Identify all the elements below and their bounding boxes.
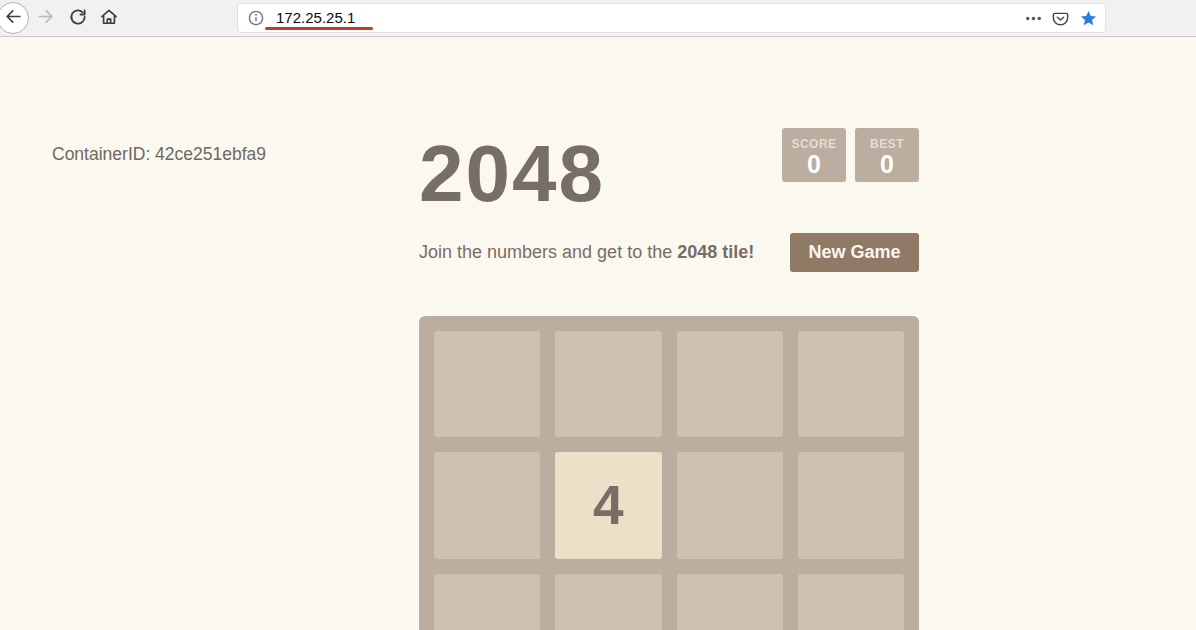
forward-arrow-icon (36, 7, 55, 30)
url-bar[interactable]: 172.25.25.1 (237, 3, 1106, 33)
container-id-label: ContainerID: 42ce251ebfa9 (52, 144, 266, 165)
game-title: 2048 (419, 134, 605, 214)
tile-4: 4 (555, 452, 661, 558)
reload-icon (68, 7, 88, 31)
reload-button[interactable] (67, 8, 88, 29)
back-button[interactable] (0, 2, 29, 34)
best-value: 0 (855, 151, 919, 177)
site-info-icon[interactable] (248, 10, 264, 26)
empty-cell (798, 331, 904, 437)
url-red-underline-annotation (265, 27, 373, 30)
home-button[interactable] (98, 8, 119, 29)
score-label: SCORE (782, 137, 846, 151)
back-arrow-icon (4, 7, 23, 30)
empty-cell (798, 574, 904, 630)
game-column: 2048 SCORE 0 BEST 0 Join the numbers and… (419, 128, 919, 630)
page-actions-ellipsis-icon[interactable] (1025, 10, 1042, 27)
pocket-icon[interactable] (1051, 9, 1070, 28)
empty-cell (434, 331, 540, 437)
score-box: SCORE 0 (782, 128, 846, 182)
new-game-button[interactable]: New Game (790, 233, 919, 272)
empty-cell (677, 574, 783, 630)
bookmark-star-icon[interactable] (1079, 9, 1098, 28)
game-board: 4 (419, 316, 919, 630)
empty-cell (555, 331, 661, 437)
scores-container: SCORE 0 BEST 0 (782, 128, 919, 182)
intro-prefix: Join the numbers and get to the (419, 242, 677, 262)
empty-cell (434, 574, 540, 630)
forward-button[interactable] (35, 8, 56, 29)
empty-cell (555, 574, 661, 630)
home-icon (99, 7, 119, 31)
intro-goal: 2048 tile! (677, 242, 754, 262)
score-value: 0 (782, 151, 846, 177)
browser-toolbar: 172.25.25.1 (0, 0, 1196, 37)
empty-cell (798, 452, 904, 558)
empty-cell (677, 331, 783, 437)
best-label: BEST (855, 137, 919, 151)
best-box: BEST 0 (855, 128, 919, 182)
empty-cell (434, 452, 540, 558)
game-intro-text: Join the numbers and get to the 2048 til… (419, 242, 754, 263)
empty-cell (677, 452, 783, 558)
